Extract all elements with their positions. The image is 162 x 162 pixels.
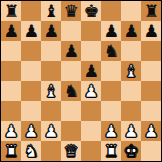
square-g8[interactable] [121,1,141,21]
square-e7[interactable] [81,21,101,41]
square-a4[interactable] [1,81,21,101]
square-c6[interactable] [41,41,61,61]
square-b6[interactable] [21,41,41,61]
piece-black-rook[interactable]: ♜ [143,1,158,21]
square-h5[interactable] [141,61,161,81]
square-f5[interactable] [101,61,121,81]
square-c7[interactable]: ♟ [41,21,61,41]
square-h1[interactable] [141,141,161,161]
piece-black-rook[interactable]: ♜ [3,1,18,21]
square-c1[interactable] [41,141,61,161]
square-b5[interactable] [21,61,41,81]
square-c2[interactable]: ♟ [41,121,61,141]
square-e4[interactable]: ♟ [81,81,101,101]
piece-black-queen[interactable]: ♛ [63,1,78,21]
piece-white-pawn[interactable]: ♟ [103,121,118,141]
square-a1[interactable]: ♜ [1,141,21,161]
square-d3[interactable] [61,101,81,121]
square-b1[interactable]: ♞ [21,141,41,161]
square-f6[interactable]: ♞ [101,41,121,61]
square-f1[interactable]: ♜ [101,141,121,161]
square-h7[interactable]: ♟ [141,21,161,41]
square-e3[interactable] [81,101,101,121]
square-f3[interactable] [101,101,121,121]
square-a6[interactable] [1,41,21,61]
square-e5[interactable]: ♟ [81,61,101,81]
square-a5[interactable] [1,61,21,81]
square-e6[interactable] [81,41,101,61]
piece-black-pawn[interactable]: ♟ [103,21,118,41]
piece-white-pawn[interactable]: ♟ [123,121,138,141]
piece-white-knight[interactable]: ♞ [23,141,38,161]
square-h6[interactable] [141,41,161,61]
piece-white-pawn[interactable]: ♟ [3,121,18,141]
square-h8[interactable]: ♜ [141,1,161,21]
piece-black-pawn[interactable]: ♟ [143,21,158,41]
square-a3[interactable] [1,101,21,121]
piece-white-bishop[interactable]: ♝ [43,81,58,101]
square-d5[interactable] [61,61,81,81]
piece-black-knight[interactable]: ♞ [63,81,78,101]
square-g7[interactable]: ♟ [121,21,141,41]
piece-white-pawn[interactable]: ♟ [23,121,38,141]
square-d4[interactable]: ♞ [61,81,81,101]
piece-white-pawn[interactable]: ♟ [143,121,158,141]
piece-black-pawn[interactable]: ♟ [3,21,18,41]
square-a8[interactable]: ♜ [1,1,21,21]
piece-black-pawn[interactable]: ♟ [63,41,78,61]
chess-board: ♜♝♛♚♜♟♟♟♟♟♟♟♞♟♝♝♞♟♟♟♟♟♟♟♜♞♛♜♚ [1,1,161,161]
square-f2[interactable]: ♟ [101,121,121,141]
square-h4[interactable] [141,81,161,101]
square-e8[interactable]: ♚ [81,1,101,21]
piece-white-rook[interactable]: ♜ [3,141,18,161]
square-c8[interactable]: ♝ [41,1,61,21]
square-a2[interactable]: ♟ [1,121,21,141]
square-d8[interactable]: ♛ [61,1,81,21]
piece-black-knight[interactable]: ♞ [103,41,118,61]
square-g4[interactable] [121,81,141,101]
square-e1[interactable] [81,141,101,161]
piece-black-king[interactable]: ♚ [83,1,98,21]
square-d1[interactable]: ♛ [61,141,81,161]
square-g5[interactable]: ♝ [121,61,141,81]
square-h2[interactable]: ♟ [141,121,161,141]
square-a7[interactable]: ♟ [1,21,21,41]
square-b2[interactable]: ♟ [21,121,41,141]
square-g6[interactable] [121,41,141,61]
square-d2[interactable] [61,121,81,141]
square-f8[interactable] [101,1,121,21]
piece-white-rook[interactable]: ♜ [103,141,118,161]
piece-black-pawn[interactable]: ♟ [23,21,38,41]
square-e2[interactable] [81,121,101,141]
square-g2[interactable]: ♟ [121,121,141,141]
square-c5[interactable] [41,61,61,81]
square-c3[interactable] [41,101,61,121]
square-b7[interactable]: ♟ [21,21,41,41]
piece-black-pawn[interactable]: ♟ [83,61,98,81]
square-f7[interactable]: ♟ [101,21,121,41]
piece-white-bishop[interactable]: ♝ [123,61,138,81]
square-b8[interactable] [21,1,41,21]
square-h3[interactable] [141,101,161,121]
piece-white-pawn[interactable]: ♟ [43,121,58,141]
square-d6[interactable]: ♟ [61,41,81,61]
square-b3[interactable] [21,101,41,121]
piece-black-bishop[interactable]: ♝ [43,1,58,21]
piece-white-queen[interactable]: ♛ [63,141,78,161]
piece-white-king[interactable]: ♚ [123,141,138,161]
square-c4[interactable]: ♝ [41,81,61,101]
square-g1[interactable]: ♚ [121,141,141,161]
square-g3[interactable] [121,101,141,121]
board-frame: ♜♝♛♚♜♟♟♟♟♟♟♟♞♟♝♝♞♟♟♟♟♟♟♟♜♞♛♜♚ [0,0,162,162]
piece-white-pawn[interactable]: ♟ [83,81,98,101]
piece-black-pawn[interactable]: ♟ [43,21,58,41]
square-f4[interactable] [101,81,121,101]
square-b4[interactable] [21,81,41,101]
square-d7[interactable] [61,21,81,41]
piece-black-pawn[interactable]: ♟ [123,21,138,41]
